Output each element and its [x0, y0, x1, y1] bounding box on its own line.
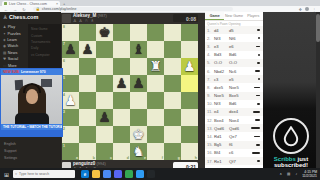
move-time-bar [257, 29, 260, 31]
move-row: 1.d4d5 [205, 26, 263, 34]
picture-frame [41, 79, 52, 87]
taskbar-app-icons: e [81, 170, 155, 178]
move-row: 10.Nf3Bd6 [205, 100, 263, 108]
square-a1[interactable]: 1a [62, 143, 79, 160]
sidebar-nav: ♟Play✦Puzzles◈Learn◉Watch▤News♥Social⋯Mo… [0, 24, 28, 69]
square-g6[interactable] [164, 58, 181, 75]
sidebar-footer-english[interactable]: English [0, 140, 61, 147]
piece-black-pawn-d5[interactable]: ♟ [113, 75, 130, 92]
lock-icon: 🔒 [36, 7, 40, 11]
move-number: 14. [205, 134, 214, 139]
black-move[interactable]: dxe4 [229, 109, 244, 114]
news-icon: ▤ [3, 51, 6, 55]
top-player-bar: Aleksey_M (987) ♙ ♙ ♘ ♗ 0:08 [62, 13, 198, 23]
move-number: 16. [205, 150, 214, 155]
white-move[interactable]: Bxe4 [214, 118, 229, 123]
move-row: 15.Bg5f6 [205, 141, 263, 149]
white-move[interactable]: O-O [214, 60, 229, 65]
logo-text: Chess.com [9, 14, 38, 20]
square-c5[interactable] [96, 75, 113, 92]
move-list: 1.d4d52.Nf3Nf63.e3e64.Bd3Bd65.O-OO-O6.Nb… [205, 26, 263, 165]
square-g5[interactable] [164, 75, 181, 92]
piece-white-pawn-h6[interactable]: ♟ [181, 58, 198, 75]
search-placeholder: Type here to search [19, 172, 49, 176]
black-move[interactable]: O-O [229, 60, 244, 65]
alert-line2: subscribed! [262, 162, 320, 168]
piece-white-knight-e1[interactable]: ♞ [130, 143, 147, 160]
move-row: 7.c3e5 [205, 75, 263, 83]
square-h1[interactable]: h [181, 143, 198, 160]
square-d2[interactable] [113, 126, 130, 143]
square-f7[interactable] [147, 41, 164, 58]
black-move[interactable]: Nf6 [229, 36, 244, 41]
move-time-bar [254, 136, 260, 138]
black-move[interactable]: c6 [229, 150, 244, 155]
square-a8[interactable]: 8 [62, 24, 79, 41]
move-row: 14.Rd1Qe7 [205, 132, 263, 140]
piece-white-king-e2[interactable]: ♚ [130, 126, 147, 143]
square-a5[interactable]: 5 [62, 75, 79, 92]
move-number: 11. [205, 109, 214, 114]
tab-close-icon[interactable]: × [56, 2, 58, 6]
pawn-logo-icon: ♙ [3, 14, 7, 20]
white-move[interactable]: Nbd2 [214, 69, 229, 74]
square-h4[interactable] [181, 92, 198, 109]
windows-taskbar: ⊞ ○ Type here to search e ∧ ▤ ♪ 4:15 PM … [0, 168, 320, 180]
black-move[interactable]: Qf7 [229, 159, 244, 164]
taskbar-icon-chrome[interactable] [103, 170, 111, 178]
square-f4[interactable] [147, 92, 164, 109]
move-time-bar [258, 54, 260, 56]
piece-black-pawn-e5[interactable]: ♟ [130, 75, 147, 92]
square-h8[interactable] [181, 24, 198, 41]
square-c2[interactable] [96, 126, 113, 143]
move-row: 12.Bxe4Nxe4 [205, 116, 263, 124]
black-move[interactable]: d5 [229, 28, 244, 33]
black-move[interactable]: Bd6 [229, 52, 244, 57]
square-d6[interactable] [113, 58, 130, 75]
rank-label-8: 8 [63, 25, 65, 29]
white-move[interactable]: Nf3 [214, 36, 229, 41]
chesscom-logo[interactable]: ♙ Chess.com [3, 14, 38, 20]
black-move[interactable]: Nxe5 [229, 85, 244, 90]
extensions-icon[interactable]: ❖ [298, 7, 302, 12]
webcam-title-text: Levemnser 970 [21, 70, 46, 74]
square-g4[interactable] [164, 92, 181, 109]
move-time-bar [254, 87, 260, 89]
social-icon: ♥ [3, 57, 6, 61]
rank-label-1: 1 [63, 144, 65, 148]
file-label-g: g [178, 156, 180, 160]
square-b2[interactable] [79, 126, 96, 143]
black-move[interactable]: Nc6 [229, 69, 244, 74]
move-row: 17.Re1Qf7 [205, 157, 263, 165]
square-h7[interactable] [181, 41, 198, 58]
learn-icon: ◈ [3, 38, 6, 42]
square-f3[interactable] [147, 109, 164, 126]
move-number: 8. [205, 85, 214, 90]
panel-tabs: GameNew GamePlayers [205, 12, 263, 21]
play-icon: ♟ [3, 25, 6, 29]
piece-black-pawn-c3[interactable]: ♟ [96, 109, 113, 126]
black-move[interactable]: Qe7 [229, 134, 244, 139]
watch-icon: ◉ [3, 44, 6, 48]
move-time-bar [251, 127, 260, 129]
moist-droplet-logo [273, 118, 309, 154]
profile-avatar[interactable] [305, 7, 309, 11]
move-row: 16.Bf4c6 [205, 149, 263, 157]
tray-date: 11/2/2021 [302, 174, 317, 178]
white-move[interactable]: Bf4 [214, 150, 229, 155]
white-move[interactable]: Nf3 [214, 101, 229, 106]
square-g3[interactable] [164, 109, 181, 126]
square-g7[interactable] [164, 41, 181, 58]
square-e3[interactable] [130, 109, 147, 126]
droplet-icon [283, 125, 299, 147]
move-time-bar [255, 70, 260, 72]
panel-tab-game[interactable]: Game [205, 12, 224, 20]
browser-menu-icon[interactable]: ⋮ [312, 7, 316, 12]
chess-board[interactable]: 87654321abcdefgh♚♟♟♝♜♟♟♟♟♟♚♞ [62, 24, 198, 160]
square-c6[interactable] [96, 58, 113, 75]
move-row: 9.Nxe5Bxe5 [205, 92, 263, 100]
move-row: 5.O-OO-O [205, 59, 263, 67]
square-b4[interactable] [79, 92, 96, 109]
submenu-item[interactable]: vs Computer [28, 52, 61, 58]
square-a6[interactable]: 6 [62, 58, 79, 75]
piece-white-rook-f6[interactable]: ♜ [147, 58, 164, 75]
move-row: 6.Nbd2Nc6 [205, 67, 263, 75]
move-number: 5. [205, 60, 214, 65]
move-row: 3.e3e6 [205, 42, 263, 50]
move-row: 13.Qxd6Qxd6 [205, 124, 263, 132]
move-number: 6. [205, 69, 214, 74]
square-a3[interactable]: 3 [62, 109, 79, 126]
sidebar-footer: EnglishSupportSettings [0, 140, 61, 162]
taskbar-icon-sheets[interactable] [125, 170, 133, 178]
square-b1[interactable]: b [79, 143, 96, 160]
move-time-bar [253, 111, 260, 113]
white-move[interactable]: Nxe5 [214, 93, 229, 98]
white-move[interactable]: Rd1 [214, 134, 229, 139]
scrollbar-thumb[interactable] [316, 14, 320, 42]
white-move[interactable]: Qxd6 [214, 126, 229, 131]
move-time-bar [257, 103, 260, 105]
move-row: 2.Nf3Nf6 [205, 34, 263, 42]
white-move[interactable]: c3 [214, 77, 229, 82]
move-number: 13. [205, 126, 214, 131]
move-time-bar [257, 62, 260, 64]
url-bar[interactable]: 🔒 chess.com/play/online [33, 7, 233, 12]
webcam-video [1, 75, 62, 124]
taskbar-icon-discord[interactable] [114, 170, 122, 178]
move-row: 4.Bd3Bd6 [205, 51, 263, 59]
taskbar-search[interactable]: ○ Type here to search [13, 170, 75, 178]
square-e6[interactable] [130, 58, 147, 75]
move-time-bar [252, 152, 260, 154]
square-d3[interactable] [113, 109, 130, 126]
taskbar-icon-folder[interactable] [92, 170, 100, 178]
tab-title: Live Chess - Chess.com [9, 2, 47, 6]
white-move[interactable]: Bg5 [214, 142, 229, 147]
file-label-f: f [162, 156, 163, 160]
square-b8[interactable] [79, 24, 96, 41]
move-number: 4. [205, 52, 214, 57]
square-a2[interactable]: 2 [62, 126, 79, 143]
taskbar-icon-obs[interactable] [147, 170, 155, 178]
panel-tab-new-game[interactable]: New Game [224, 12, 243, 20]
move-time-bar [258, 78, 260, 80]
piece-black-king-c8[interactable]: ♚ [96, 24, 113, 41]
square-e4[interactable] [130, 92, 147, 109]
square-h5[interactable] [181, 75, 198, 92]
rank-label-2: 2 [63, 127, 65, 131]
file-label-d: d [127, 156, 129, 160]
piece-black-bishop-e7[interactable]: ♝ [130, 41, 147, 58]
white-move[interactable]: Re1 [214, 159, 229, 164]
square-g2[interactable] [164, 126, 181, 143]
move-number: 2. [205, 36, 214, 41]
white-move[interactable]: e3 [214, 44, 229, 49]
square-e8[interactable] [130, 24, 147, 41]
black-move[interactable]: Bxe5 [229, 93, 244, 98]
square-c7[interactable] [96, 41, 113, 58]
move-number: 15. [205, 142, 214, 147]
top-player-rating: (987) [98, 13, 107, 18]
system-tray-icons[interactable]: ∧ ▤ ♪ [280, 172, 300, 176]
square-b3[interactable] [79, 109, 96, 126]
sidebar-footer-support[interactable]: Support [0, 147, 61, 154]
square-f1[interactable]: f [147, 143, 164, 160]
black-move[interactable]: e5 [229, 77, 244, 82]
square-f2[interactable] [147, 126, 164, 143]
move-time-bar [256, 46, 260, 48]
white-move[interactable]: dxe5 [214, 85, 229, 90]
file-label-b: b [93, 156, 95, 160]
black-move[interactable]: Qxd6 [229, 126, 244, 131]
square-f5[interactable] [147, 75, 164, 92]
file-label-h: h [195, 156, 197, 160]
bottom-player-rating: (994) [97, 161, 106, 166]
move-row: 8.dxe5Nxe5 [205, 83, 263, 91]
black-move[interactable]: e6 [229, 44, 244, 49]
search-icon: ○ [15, 172, 17, 176]
move-time-bar [257, 160, 260, 162]
move-number: 12. [205, 118, 214, 123]
moves-panel: GameNew GamePlayers Queen's Pawn Opening… [205, 12, 263, 168]
black-move[interactable]: Bd6 [229, 101, 244, 106]
file-label-c: c [110, 156, 112, 160]
white-move[interactable]: Bd3 [214, 52, 229, 57]
square-b5[interactable] [79, 75, 96, 92]
square-d8[interactable] [113, 24, 130, 41]
move-number: 10. [205, 101, 214, 106]
square-d1[interactable]: d [113, 143, 130, 160]
move-time-bar [255, 119, 260, 121]
square-f8[interactable] [147, 24, 164, 41]
sidebar-footer-settings[interactable]: Settings [0, 154, 61, 161]
square-g8[interactable] [164, 24, 181, 41]
sub-alert: Scribbs just subscribed! [262, 118, 320, 168]
move-time-bar [258, 37, 260, 39]
url-text: chess.com/play/online [42, 7, 76, 11]
move-number: 9. [205, 93, 214, 98]
black-move[interactable]: Nxe4 [229, 118, 244, 123]
stage: Live Chess - Chess.com × + ← → ↻ 🔒 chess… [0, 0, 320, 180]
square-d4[interactable] [113, 92, 130, 109]
start-button-icon[interactable]: ⊞ [4, 171, 9, 178]
white-move[interactable]: d4 [214, 28, 229, 33]
rank-label-3: 3 [63, 110, 65, 114]
top-player-clock: 0:08 [173, 14, 198, 22]
streamer-shirt [15, 113, 49, 124]
file-label-a: a [76, 156, 78, 160]
move-time-bar [256, 95, 260, 97]
white-move[interactable]: e4 [214, 109, 229, 114]
taskbar-icon-code[interactable] [136, 170, 144, 178]
piece-black-pawn-a7[interactable]: ♟ [62, 41, 79, 58]
square-h2[interactable] [181, 126, 198, 143]
square-b6[interactable] [79, 58, 96, 75]
rank-label-6: 6 [63, 59, 65, 63]
tab-favicon-icon [4, 2, 7, 5]
black-move[interactable]: f6 [229, 142, 244, 147]
move-number: 7. [205, 77, 214, 82]
move-number: 3. [205, 44, 214, 49]
square-h3[interactable] [181, 109, 198, 126]
webcam-ticker: THE TUTORIAL • WATCH THE TUTORIAL [1, 124, 62, 130]
move-number: 17. [205, 159, 214, 164]
panel-tab-players[interactable]: Players [244, 12, 263, 20]
webcam-badge: NEW SUB [3, 70, 19, 74]
square-d7[interactable] [113, 41, 130, 58]
top-player-captured-pieces: ♙ ♙ ♘ ♗ [73, 18, 95, 23]
rank-label-5: 5 [63, 76, 65, 80]
taskbar-clock[interactable]: 4:15 PM 11/2/2021 [302, 170, 317, 178]
webcam-overlay: NEW SUB Levemnser 970 THE TUTORIAL • WAT… [0, 68, 63, 137]
top-player-avatar[interactable] [62, 14, 71, 23]
move-row: 11.e4dxe4 [205, 108, 263, 116]
square-c1[interactable]: c [96, 143, 113, 160]
move-time-bar [256, 144, 260, 146]
move-number: 1. [205, 28, 214, 33]
square-g1[interactable]: g [164, 143, 181, 160]
piece-white-pawn-a4[interactable]: ♟ [62, 92, 79, 109]
square-c4[interactable] [96, 92, 113, 109]
more-icon: ⋯ [3, 64, 7, 68]
piece-black-pawn-b7[interactable]: ♟ [79, 41, 96, 58]
puzzles-icon: ✦ [3, 32, 6, 36]
nav-buttons[interactable]: ← → ↻ [4, 7, 28, 12]
taskbar-icon-edge[interactable]: e [81, 170, 89, 178]
